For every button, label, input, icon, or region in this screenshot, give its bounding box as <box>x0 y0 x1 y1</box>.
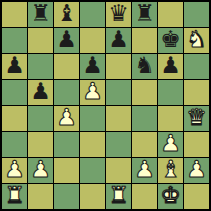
piece-white-pawn: ♟ <box>82 80 103 103</box>
square-d8[interactable] <box>80 2 105 27</box>
square-a7[interactable] <box>2 28 27 53</box>
square-d2[interactable] <box>80 158 105 183</box>
piece-black-rook: ♜ <box>30 2 51 25</box>
square-a8[interactable] <box>2 2 27 27</box>
square-f5[interactable] <box>132 80 157 105</box>
square-b3[interactable] <box>28 132 53 157</box>
square-a3[interactable] <box>2 132 27 157</box>
square-b8[interactable]: ♜ <box>28 2 53 27</box>
square-g5[interactable] <box>158 80 183 105</box>
square-c8[interactable]: ♝ <box>54 2 79 27</box>
square-h5[interactable] <box>184 80 209 105</box>
square-d6[interactable]: ♟ <box>80 54 105 79</box>
piece-black-pawn: ♟ <box>108 28 129 51</box>
square-h1[interactable] <box>184 184 209 209</box>
square-b1[interactable] <box>28 184 53 209</box>
square-f8[interactable]: ♜ <box>132 2 157 27</box>
square-h8[interactable] <box>184 2 209 27</box>
square-g8[interactable] <box>158 2 183 27</box>
square-h2[interactable]: ♟ <box>184 158 209 183</box>
square-c7[interactable]: ♟ <box>54 28 79 53</box>
square-f2[interactable]: ♟ <box>132 158 157 183</box>
chess-board-window: ♜♝♛♜♟♟♚♞♟♟♞♟♟♟♟♛♟♟♟♟♝♟♜♜♚ <box>0 0 211 211</box>
piece-black-pawn: ♟ <box>160 54 181 77</box>
square-d3[interactable] <box>80 132 105 157</box>
square-e3[interactable] <box>106 132 131 157</box>
square-b7[interactable] <box>28 28 53 53</box>
square-b2[interactable]: ♟ <box>28 158 53 183</box>
square-b5[interactable]: ♟ <box>28 80 53 105</box>
chess-board: ♜♝♛♜♟♟♚♞♟♟♞♟♟♟♟♛♟♟♟♟♝♟♜♜♚ <box>0 0 211 211</box>
square-g2[interactable]: ♝ <box>158 158 183 183</box>
square-a4[interactable] <box>2 106 27 131</box>
square-f6[interactable]: ♞ <box>132 54 157 79</box>
square-d5[interactable]: ♟ <box>80 80 105 105</box>
square-g4[interactable] <box>158 106 183 131</box>
square-a2[interactable]: ♟ <box>2 158 27 183</box>
piece-white-pawn: ♟ <box>4 158 25 181</box>
square-f4[interactable] <box>132 106 157 131</box>
piece-white-pawn: ♟ <box>134 158 155 181</box>
square-e5[interactable] <box>106 80 131 105</box>
square-d7[interactable] <box>80 28 105 53</box>
square-b4[interactable] <box>28 106 53 131</box>
piece-white-pawn: ♟ <box>186 158 207 181</box>
piece-black-pawn: ♟ <box>4 54 25 77</box>
piece-black-pawn: ♟ <box>56 28 77 51</box>
piece-white-rook: ♜ <box>108 184 129 207</box>
square-c2[interactable] <box>54 158 79 183</box>
square-e8[interactable]: ♛ <box>106 2 131 27</box>
square-e6[interactable] <box>106 54 131 79</box>
piece-white-queen: ♛ <box>186 106 207 129</box>
square-c5[interactable] <box>54 80 79 105</box>
square-f3[interactable] <box>132 132 157 157</box>
square-e7[interactable]: ♟ <box>106 28 131 53</box>
square-c1[interactable] <box>54 184 79 209</box>
square-a5[interactable] <box>2 80 27 105</box>
square-h4[interactable]: ♛ <box>184 106 209 131</box>
square-g1[interactable]: ♚ <box>158 184 183 209</box>
square-e4[interactable] <box>106 106 131 131</box>
square-c4[interactable]: ♟ <box>54 106 79 131</box>
square-d1[interactable] <box>80 184 105 209</box>
piece-white-pawn: ♟ <box>30 158 51 181</box>
square-a1[interactable]: ♜ <box>2 184 27 209</box>
square-e2[interactable] <box>106 158 131 183</box>
piece-black-rook: ♜ <box>134 2 155 25</box>
square-f7[interactable] <box>132 28 157 53</box>
piece-black-knight: ♞ <box>134 54 155 77</box>
square-h6[interactable] <box>184 54 209 79</box>
piece-white-king: ♚ <box>160 184 181 207</box>
square-a6[interactable]: ♟ <box>2 54 27 79</box>
piece-black-queen: ♛ <box>108 2 129 25</box>
piece-white-pawn: ♟ <box>56 106 77 129</box>
piece-black-pawn: ♟ <box>82 54 103 77</box>
piece-white-pawn: ♟ <box>160 132 181 155</box>
piece-black-bishop: ♝ <box>56 2 77 25</box>
square-d4[interactable] <box>80 106 105 131</box>
square-h7[interactable]: ♞ <box>184 28 209 53</box>
square-g7[interactable]: ♚ <box>158 28 183 53</box>
square-h3[interactable] <box>184 132 209 157</box>
square-g6[interactable]: ♟ <box>158 54 183 79</box>
square-f1[interactable] <box>132 184 157 209</box>
piece-white-bishop: ♝ <box>160 158 181 181</box>
piece-white-rook: ♜ <box>4 184 25 207</box>
square-g3[interactable]: ♟ <box>158 132 183 157</box>
piece-black-pawn: ♟ <box>30 80 51 103</box>
square-e1[interactable]: ♜ <box>106 184 131 209</box>
piece-white-knight: ♞ <box>186 28 207 51</box>
square-c6[interactable] <box>54 54 79 79</box>
piece-black-king: ♚ <box>160 28 181 51</box>
square-b6[interactable] <box>28 54 53 79</box>
square-c3[interactable] <box>54 132 79 157</box>
